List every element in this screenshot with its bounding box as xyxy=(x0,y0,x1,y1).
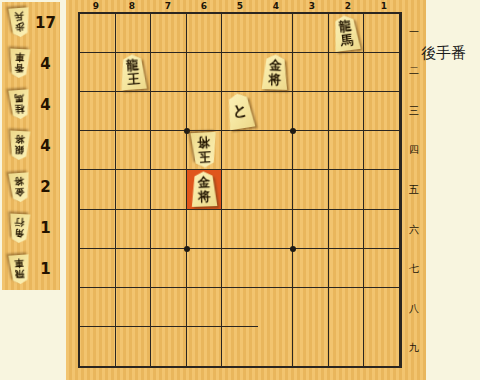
piece-kanji: と xyxy=(230,97,249,125)
piece-sente-龍馬[interactable]: 龍馬 xyxy=(330,14,363,52)
rank-label: 七 xyxy=(404,249,424,289)
piece-kanji: 馬 xyxy=(340,33,354,48)
board-cell-4七[interactable] xyxy=(258,249,294,288)
board-cell-6九[interactable] xyxy=(187,327,223,366)
board-cell-7五[interactable] xyxy=(151,170,187,209)
board-cell-6八[interactable] xyxy=(187,288,223,327)
board-cell-1四[interactable] xyxy=(364,131,400,170)
board-cell-5九[interactable] xyxy=(222,327,258,366)
board-cell-4四[interactable] xyxy=(258,131,294,170)
board-cell-4五[interactable] xyxy=(258,170,294,209)
hand-entry-silver[interactable]: 銀将4 xyxy=(2,125,60,166)
board-cell-8三[interactable] xyxy=(116,92,152,131)
board-cell-1六[interactable] xyxy=(364,210,400,249)
hand-count: 4 xyxy=(31,137,60,155)
board-cell-3八[interactable] xyxy=(293,288,329,327)
piece-kanji: 王 xyxy=(127,72,140,87)
piece-kanji: 馬 xyxy=(14,93,24,105)
board-cell-4九[interactable] xyxy=(258,327,294,366)
board-cell-6四[interactable]: 玉将 xyxy=(187,131,223,170)
board-cell-5二[interactable] xyxy=(222,53,258,92)
board-cell-5三[interactable]: と xyxy=(222,92,258,131)
rank-label: 六 xyxy=(404,210,424,250)
board-cell-8九[interactable] xyxy=(116,327,152,366)
board-cell-1七[interactable] xyxy=(364,249,400,288)
board-cell-1八[interactable] xyxy=(364,288,400,327)
hand-count: 2 xyxy=(31,178,60,196)
hand-count: 4 xyxy=(31,96,60,114)
board-cell-3六[interactable] xyxy=(293,210,329,249)
piece-kanji: 将 xyxy=(198,190,211,204)
hand-piece-pawn[interactable]: 歩兵 xyxy=(7,7,32,38)
board-cell-4二[interactable]: 金将 xyxy=(258,53,294,92)
piece-kanji: 飛 xyxy=(15,269,25,281)
board-cell-8二[interactable]: 龍王 xyxy=(116,53,152,92)
board-cell-1一[interactable] xyxy=(364,14,400,53)
piece-sente-金将[interactable]: 金将 xyxy=(260,54,290,90)
piece-sente-金将[interactable]: 金将 xyxy=(189,171,219,207)
turn-indicator: 後手番 xyxy=(421,44,466,63)
piece-kanji: 将 xyxy=(268,72,281,86)
hand-entry-pawn[interactable]: 歩兵17 xyxy=(2,2,60,43)
board-cell-8四[interactable] xyxy=(116,131,152,170)
board-cell-7三[interactable] xyxy=(151,92,187,131)
board-cell-4六[interactable] xyxy=(258,210,294,249)
board-cell-9一[interactable] xyxy=(80,14,116,53)
board-cell-5一[interactable] xyxy=(222,14,258,53)
board-cell-3一[interactable] xyxy=(293,14,329,53)
board-cell-1五[interactable] xyxy=(364,170,400,209)
board-cell-9九[interactable] xyxy=(80,327,116,366)
hand-entry-gold[interactable]: 金将2 xyxy=(2,167,60,208)
piece-kanji: 桂 xyxy=(15,104,25,116)
board-cell-3四[interactable] xyxy=(293,131,329,170)
rank-labels: 一二三四五六七八九 xyxy=(404,12,424,368)
piece-kanji: 車 xyxy=(15,52,25,63)
file-label: 2 xyxy=(330,0,366,12)
piece-sente-と[interactable]: と xyxy=(223,92,257,131)
board-cell-1九[interactable] xyxy=(364,327,400,366)
piece-kanji: 将 xyxy=(15,134,25,145)
board-cell-4一[interactable] xyxy=(258,14,294,53)
shogi-app: 歩兵17香車4桂馬4銀将4金将2角行1飛車1 987654321 龍馬龍王金将と… xyxy=(0,0,480,380)
board-cell-4八[interactable] xyxy=(258,288,294,327)
board-cell-1二[interactable] xyxy=(364,53,400,92)
board-cell-1三[interactable] xyxy=(364,92,400,131)
board-cell-6一[interactable] xyxy=(187,14,223,53)
board-cell-3七[interactable] xyxy=(293,249,329,288)
board-cell-7一[interactable] xyxy=(151,14,187,53)
piece-kanji: 将 xyxy=(197,136,210,151)
board-cell-7二[interactable] xyxy=(151,53,187,92)
board-cell-6二[interactable] xyxy=(187,53,223,92)
file-labels: 987654321 xyxy=(78,0,402,12)
file-label: 3 xyxy=(294,0,330,12)
hand-count: 4 xyxy=(31,55,60,73)
board-cell-7七[interactable] xyxy=(151,249,187,288)
hand-entry-rook[interactable]: 飛車1 xyxy=(2,249,60,290)
board-cell-8六[interactable] xyxy=(116,210,152,249)
board-cell-7九[interactable] xyxy=(151,327,187,366)
board-cell-9七[interactable] xyxy=(80,249,116,288)
board-cell-2九[interactable] xyxy=(329,327,365,366)
file-label: 6 xyxy=(186,0,222,12)
hand-count: 1 xyxy=(31,219,60,237)
star-point xyxy=(290,246,296,252)
board-cell-7四[interactable] xyxy=(151,131,187,170)
rank-label: 九 xyxy=(404,329,424,369)
hand-piece-gold[interactable]: 金将 xyxy=(7,172,32,203)
hand-piece-silver[interactable]: 銀将 xyxy=(7,131,31,161)
hand-count: 17 xyxy=(31,14,60,32)
piece-kanji: 香 xyxy=(14,63,24,74)
board-cell-9五[interactable] xyxy=(80,170,116,209)
board-cell-5七[interactable] xyxy=(222,249,258,288)
board-cell-2四[interactable] xyxy=(329,131,365,170)
board-cell-2八[interactable] xyxy=(329,288,365,327)
board-cell-7六[interactable] xyxy=(151,210,187,249)
board-cell-2五[interactable] xyxy=(329,170,365,209)
board-cell-2二[interactable] xyxy=(329,53,365,92)
board-cell-6五[interactable]: 金将 xyxy=(187,170,223,209)
rank-label: 五 xyxy=(404,170,424,210)
board-cell-2一[interactable]: 龍馬 xyxy=(329,14,365,53)
star-point xyxy=(184,246,190,252)
hand-entry-lance[interactable]: 香車4 xyxy=(2,43,60,84)
board-cell-5八[interactable] xyxy=(222,288,258,327)
board-cell-5四[interactable] xyxy=(222,131,258,170)
board-cell-3三[interactable] xyxy=(293,92,329,131)
board-cell-8一[interactable] xyxy=(116,14,152,53)
board-cell-8七[interactable] xyxy=(116,249,152,288)
piece-kanji: 歩 xyxy=(15,22,25,34)
hand-piece-knight[interactable]: 桂馬 xyxy=(7,90,32,121)
board-cell-2七[interactable] xyxy=(329,249,365,288)
board-cell-8八[interactable] xyxy=(116,288,152,327)
shogi-board: 987654321 龍馬龍王金将と玉将金将 一二三四五六七八九 xyxy=(66,0,426,380)
rank-label: 四 xyxy=(404,131,424,171)
piece-kanji: 金 xyxy=(15,186,25,198)
board-cell-8五[interactable] xyxy=(116,170,152,209)
board-cell-2六[interactable] xyxy=(329,210,365,249)
piece-kanji: 車 xyxy=(14,258,24,270)
board-cell-3九[interactable] xyxy=(293,327,329,366)
star-point xyxy=(290,128,296,134)
board-cell-9八[interactable] xyxy=(80,288,116,327)
board-cell-6六[interactable] xyxy=(187,210,223,249)
sente-hand-stand xyxy=(432,88,478,380)
board-cell-9四[interactable] xyxy=(80,131,116,170)
board-cell-9六[interactable] xyxy=(80,210,116,249)
piece-kanji: 玉 xyxy=(198,150,211,165)
hand-piece-lance[interactable]: 香車 xyxy=(7,49,31,79)
board-cell-9二[interactable] xyxy=(80,53,116,92)
board-cell-3二[interactable] xyxy=(293,53,329,92)
file-label: 8 xyxy=(114,0,150,12)
piece-kanji: 銀 xyxy=(14,145,24,156)
board-cell-9三[interactable] xyxy=(80,92,116,131)
file-label: 7 xyxy=(150,0,186,12)
piece-kanji: 角 xyxy=(14,228,24,239)
piece-gote-玉将[interactable]: 玉将 xyxy=(189,132,220,168)
rank-label: 三 xyxy=(404,91,424,131)
hand-entry-bishop[interactable]: 角行1 xyxy=(2,208,60,249)
board-cell-5五[interactable] xyxy=(222,170,258,209)
board-cell-6三[interactable] xyxy=(187,92,223,131)
rank-label: 八 xyxy=(404,289,424,329)
hand-piece-bishop[interactable]: 角行 xyxy=(7,213,31,243)
file-label: 4 xyxy=(258,0,294,12)
piece-sente-龍王[interactable]: 龍王 xyxy=(117,54,148,91)
file-label: 9 xyxy=(78,0,114,12)
gote-hand-stand: 歩兵17香車4桂馬4銀将4金将2角行1飛車1 xyxy=(2,2,60,290)
board-cell-3五[interactable] xyxy=(293,170,329,209)
board-cell-6七[interactable] xyxy=(187,249,223,288)
hand-count: 1 xyxy=(31,260,60,278)
piece-kanji: 将 xyxy=(14,175,24,187)
hand-piece-rook[interactable]: 飛車 xyxy=(7,254,32,285)
board-cell-7八[interactable] xyxy=(151,288,187,327)
board-cell-5六[interactable] xyxy=(222,210,258,249)
piece-kanji: 兵 xyxy=(14,11,24,23)
file-label: 5 xyxy=(222,0,258,12)
piece-kanji: 行 xyxy=(15,217,25,228)
board-grid: 龍馬龍王金将と玉将金将 xyxy=(78,12,402,368)
board-cell-2三[interactable] xyxy=(329,92,365,131)
hand-entry-knight[interactable]: 桂馬4 xyxy=(2,84,60,125)
file-label: 1 xyxy=(366,0,402,12)
board-cell-4三[interactable] xyxy=(258,92,294,131)
